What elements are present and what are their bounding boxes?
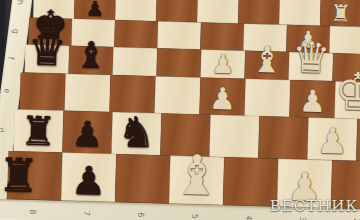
square-f2[interactable]: ♛ — [288, 52, 333, 81]
square-c6[interactable] — [115, 154, 170, 203]
square-e3[interactable] — [244, 79, 290, 117]
black-knight-d6[interactable]: ♞ — [117, 111, 156, 154]
rank-label-7: 7 — [82, 211, 90, 216]
rank-label-4: 4 — [244, 215, 252, 220]
chess-board: 8765432 ♟♜h♚♟g♛♝♟♝♛f♟♟♚e♜♟♞♟♞d♜♟♝♟c — [0, 0, 360, 220]
square-h1[interactable]: ♜ — [320, 0, 360, 27]
board-squares-layer: ♟♜h♚♟g♛♝♟♝♛f♟♟♚e♜♟♞♟♞d♜♟♝♟c — [6, 0, 360, 9]
square-g4[interactable] — [200, 22, 244, 50]
square-d3[interactable] — [258, 116, 308, 159]
square-e5[interactable] — [154, 76, 200, 114]
file-label-e: e — [2, 88, 10, 93]
square-f8[interactable]: ♛ — [25, 45, 70, 74]
square-g5[interactable] — [157, 21, 201, 49]
square-h2[interactable] — [279, 0, 321, 26]
square-h7[interactable]: ♟ — [74, 0, 116, 20]
chess-photo-frame: 8765432 ♟♜h♚♟g♛♝♟♝♛f♟♟♚e♜♟♞♟♞d♜♟♝♟c ВЕСТ… — [0, 0, 360, 220]
square-h5[interactable] — [156, 0, 198, 22]
rank-label-5: 5 — [190, 214, 198, 219]
square-e2[interactable]: ♟ — [289, 80, 335, 118]
square-c5[interactable]: ♝ — [169, 156, 224, 205]
square-c8[interactable]: ♜ — [7, 151, 62, 200]
square-e4[interactable]: ♟ — [199, 77, 245, 115]
square-f3[interactable]: ♝ — [244, 51, 289, 80]
black-rook-d8[interactable]: ♜ — [20, 110, 57, 151]
square-c7[interactable]: ♟ — [61, 153, 116, 202]
file-label-h: h — [16, 0, 24, 5]
square-d7[interactable]: ♟ — [62, 111, 112, 154]
square-d2[interactable]: ♟ — [307, 117, 357, 160]
black-pawn-c7[interactable]: ♟ — [71, 161, 107, 201]
black-bishop-f7[interactable]: ♝ — [74, 37, 107, 74]
black-pawn-d7[interactable]: ♟ — [71, 117, 103, 153]
square-h6[interactable] — [115, 0, 157, 21]
white-pawn-d2[interactable]: ♟ — [316, 124, 348, 160]
black-rook-c8[interactable]: ♜ — [0, 152, 40, 199]
white-pawn-e4[interactable]: ♟ — [209, 84, 237, 115]
white-pawn-f4[interactable]: ♟ — [211, 51, 235, 78]
white-queen-f2[interactable]: ♛ — [291, 36, 331, 80]
file-label-f: f — [6, 57, 14, 60]
file-label-g: g — [11, 28, 19, 33]
rank-label-3: 3 — [298, 217, 306, 220]
square-h3[interactable] — [238, 0, 280, 25]
watermark: ВЕСТНИК — [270, 197, 358, 215]
rank-label-2: 2 — [352, 218, 360, 220]
square-d1[interactable]: ♞ — [356, 119, 360, 162]
black-queen-f8[interactable]: ♛ — [27, 29, 67, 73]
white-king-e1[interactable]: ♚ — [334, 65, 360, 118]
rank-label-6: 6 — [136, 212, 144, 217]
white-rook-h1[interactable]: ♜ — [330, 2, 351, 26]
square-f6[interactable] — [113, 47, 158, 76]
square-d8[interactable]: ♜ — [13, 109, 63, 152]
square-f7[interactable]: ♝ — [69, 46, 114, 75]
square-e8[interactable] — [20, 72, 66, 110]
white-bishop-f3[interactable]: ♝ — [250, 42, 283, 79]
square-e7[interactable] — [65, 74, 111, 112]
square-e1[interactable]: ♚ — [334, 81, 360, 119]
white-bishop-c5[interactable]: ♝ — [171, 148, 222, 204]
black-pawn-h7[interactable]: ♟ — [86, 0, 104, 19]
square-h4[interactable] — [197, 0, 239, 23]
rank-label-8: 8 — [28, 209, 36, 214]
file-label-d: d — [0, 127, 5, 132]
square-d6[interactable]: ♞ — [111, 112, 161, 155]
square-f4[interactable]: ♟ — [200, 49, 245, 78]
square-g1[interactable] — [329, 26, 360, 54]
square-f5[interactable] — [157, 48, 202, 77]
white-pawn-e2[interactable]: ♟ — [298, 86, 326, 117]
square-g6[interactable] — [114, 20, 158, 48]
